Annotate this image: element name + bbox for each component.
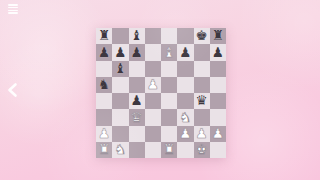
square-e4[interactable] [161,93,177,109]
square-b4[interactable] [112,93,128,109]
square-a1[interactable]: ♜ [96,142,112,158]
square-a5[interactable]: ♞ [96,77,112,93]
square-f2[interactable]: ♟ [177,126,193,142]
chevron-left-icon [5,82,21,98]
piece-white-king[interactable]: ♚ [196,143,208,157]
square-e5[interactable] [161,77,177,93]
piece-black-pawn[interactable]: ♟ [98,45,110,59]
square-b2[interactable] [112,126,128,142]
square-f3[interactable]: ♞ [177,109,193,125]
piece-white-pawn[interactable]: ♟ [147,78,159,92]
square-g4[interactable]: ♛ [194,93,210,109]
square-f5[interactable] [177,77,193,93]
piece-black-pawn[interactable]: ♟ [114,45,126,59]
square-c7[interactable]: ♟ [129,44,145,60]
square-b5[interactable] [112,77,128,93]
square-h6[interactable] [210,61,226,77]
square-d1[interactable] [145,142,161,158]
square-g7[interactable] [194,44,210,60]
square-b7[interactable]: ♟ [112,44,128,60]
square-d8[interactable] [145,28,161,44]
app-screen: ♜♝♚♜♟♟♟♝♟♟♝♞♟♟♛♛♞♟♟♟♟♜♞♜♚ [0,0,320,180]
square-h7[interactable]: ♟ [210,44,226,60]
square-d4[interactable] [145,93,161,109]
piece-black-rook[interactable]: ♜ [98,29,110,43]
square-h4[interactable] [210,93,226,109]
square-g8[interactable]: ♚ [194,28,210,44]
square-e2[interactable] [161,126,177,142]
square-a6[interactable] [96,61,112,77]
square-b8[interactable] [112,28,128,44]
piece-black-rook[interactable]: ♜ [212,29,224,43]
piece-black-bishop[interactable]: ♝ [131,29,143,43]
square-h2[interactable]: ♟ [210,126,226,142]
piece-white-bishop[interactable]: ♝ [163,45,175,59]
square-a4[interactable] [96,93,112,109]
piece-black-pawn[interactable]: ♟ [179,45,191,59]
menu-button[interactable] [8,3,20,15]
square-d7[interactable] [145,44,161,60]
piece-white-rook[interactable]: ♜ [98,143,110,157]
piece-white-pawn[interactable]: ♟ [98,126,110,140]
square-g5[interactable] [194,77,210,93]
piece-black-pawn[interactable]: ♟ [131,94,143,108]
piece-black-pawn[interactable]: ♟ [131,45,143,59]
piece-white-queen[interactable]: ♛ [131,110,143,124]
square-e6[interactable] [161,61,177,77]
square-c2[interactable] [129,126,145,142]
square-h3[interactable] [210,109,226,125]
square-a3[interactable] [96,109,112,125]
square-f6[interactable] [177,61,193,77]
square-e8[interactable] [161,28,177,44]
square-d3[interactable] [145,109,161,125]
hamburger-menu-icon [8,4,18,5]
square-e3[interactable] [161,109,177,125]
square-c5[interactable] [129,77,145,93]
square-h8[interactable]: ♜ [210,28,226,44]
square-c3[interactable]: ♛ [129,109,145,125]
square-g3[interactable] [194,109,210,125]
piece-white-knight[interactable]: ♞ [114,143,126,157]
piece-white-rook[interactable]: ♜ [163,143,175,157]
square-h1[interactable] [210,142,226,158]
square-c8[interactable]: ♝ [129,28,145,44]
piece-white-knight[interactable]: ♞ [179,110,191,124]
square-b1[interactable]: ♞ [112,142,128,158]
square-b3[interactable] [112,109,128,125]
piece-black-king[interactable]: ♚ [196,29,208,43]
square-c6[interactable] [129,61,145,77]
piece-black-pawn[interactable]: ♟ [212,45,224,59]
square-d2[interactable] [145,126,161,142]
square-a7[interactable]: ♟ [96,44,112,60]
square-d6[interactable] [145,61,161,77]
square-h5[interactable] [210,77,226,93]
square-a8[interactable]: ♜ [96,28,112,44]
square-a2[interactable]: ♟ [96,126,112,142]
back-button[interactable] [5,82,21,98]
piece-black-queen[interactable]: ♛ [196,94,208,108]
square-e7[interactable]: ♝ [161,44,177,60]
square-e1[interactable]: ♜ [161,142,177,158]
piece-white-pawn[interactable]: ♟ [179,126,191,140]
square-b6[interactable]: ♝ [112,61,128,77]
chess-board: ♜♝♚♜♟♟♟♝♟♟♝♞♟♟♛♛♞♟♟♟♟♜♞♜♚ [96,28,226,158]
square-c4[interactable]: ♟ [129,93,145,109]
piece-black-bishop[interactable]: ♝ [114,61,126,75]
square-c1[interactable] [129,142,145,158]
piece-white-pawn[interactable]: ♟ [212,126,224,140]
square-g2[interactable]: ♟ [194,126,210,142]
square-g1[interactable]: ♚ [194,142,210,158]
piece-black-knight[interactable]: ♞ [98,78,110,92]
square-g6[interactable] [194,61,210,77]
piece-white-pawn[interactable]: ♟ [196,126,208,140]
square-d5[interactable]: ♟ [145,77,161,93]
square-f1[interactable] [177,142,193,158]
square-f4[interactable] [177,93,193,109]
square-f7[interactable]: ♟ [177,44,193,60]
square-f8[interactable] [177,28,193,44]
